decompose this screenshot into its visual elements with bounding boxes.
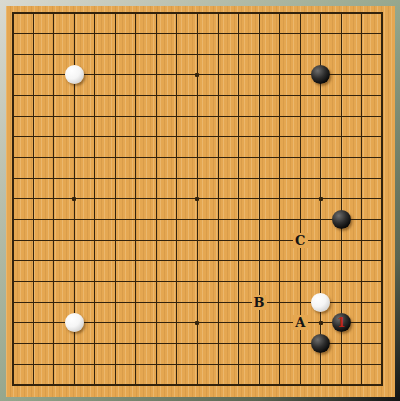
choice-marker-c[interactable]: C [293,233,308,248]
go-board[interactable]: ABC1 [6,6,395,397]
grid-vline [279,12,280,386]
stone-black-r9 [332,210,351,229]
stone-black-r4: 1 [332,313,351,332]
grid-hline [12,364,384,365]
grid-vline [259,12,260,386]
star-point [195,321,199,325]
choice-marker-a[interactable]: A [293,315,308,330]
grid-vline [218,12,219,386]
star-point [319,197,323,201]
star-point [195,197,199,201]
grid-hline [12,260,384,261]
star-point [319,321,323,325]
grid-vline [238,12,239,386]
board-frame: ABC1 [0,0,400,401]
star-point [72,197,76,201]
grid-hline [12,384,384,386]
grid-hline [12,240,384,241]
move-number-label: 1 [332,313,351,332]
star-point [195,73,199,77]
grid-vline [381,12,383,386]
stone-white-q5 [311,293,330,312]
grid-hline [12,219,384,220]
stone-white-d16 [65,65,84,84]
stone-white-d4 [65,313,84,332]
stone-black-q16 [311,65,330,84]
stone-black-q3 [311,334,330,353]
grid-vline [361,12,362,386]
choice-marker-b[interactable]: B [252,295,267,310]
grid-hline [12,281,384,282]
